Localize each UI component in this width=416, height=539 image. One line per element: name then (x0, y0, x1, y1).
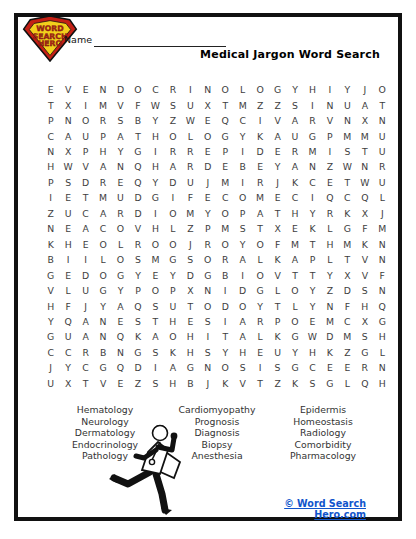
grid-cell-r6c14[interactable]: Y (269, 159, 286, 174)
grid-cell-r16c14[interactable]: P (269, 314, 286, 329)
grid-cell-r1c19[interactable]: J (356, 82, 373, 97)
grid-cell-r9c5[interactable]: R (112, 206, 129, 221)
grid-cell-r17c7[interactable]: A (147, 329, 164, 344)
grid-cell-r18c20[interactable]: L (374, 345, 391, 360)
grid-cell-r20c13[interactable]: T (251, 376, 268, 391)
grid-cell-r4c20[interactable]: U (374, 128, 391, 143)
grid-cell-r17c3[interactable]: A (77, 329, 94, 344)
grid-cell-r11c12[interactable]: Y (234, 236, 251, 251)
grid-cell-r14c3[interactable]: U (77, 283, 94, 298)
grid-cell-r20c8[interactable]: H (164, 376, 181, 391)
grid-cell-r20c1[interactable]: U (42, 376, 59, 391)
grid-cell-r5c16[interactable]: M (304, 144, 321, 159)
grid-cell-r8c12[interactable]: O (234, 190, 251, 205)
grid-cell-r7c9[interactable]: U (182, 175, 199, 190)
grid-cell-r6c1[interactable]: H (42, 159, 59, 174)
grid-cell-r18c1[interactable]: C (42, 345, 59, 360)
grid-cell-r19c10[interactable]: N (199, 360, 216, 375)
grid-cell-r18c11[interactable]: Y (217, 345, 234, 360)
grid-cell-r11c8[interactable]: O (164, 236, 181, 251)
grid-cell-r12c18[interactable]: T (339, 252, 356, 267)
grid-cell-r14c9[interactable]: X (182, 283, 199, 298)
grid-cell-r1c1[interactable]: E (42, 82, 59, 97)
grid-cell-r5c2[interactable]: X (59, 144, 76, 159)
grid-cell-r1c17[interactable]: I (321, 82, 338, 97)
grid-cell-r11c2[interactable]: H (59, 236, 76, 251)
grid-cell-r1c5[interactable]: D (112, 82, 129, 97)
grid-cell-r20c17[interactable]: G (321, 376, 338, 391)
grid-cell-r20c7[interactable]: S (147, 376, 164, 391)
grid-cell-r18c10[interactable]: S (199, 345, 216, 360)
grid-cell-r17c15[interactable]: G (286, 329, 303, 344)
grid-cell-r17c1[interactable]: G (42, 329, 59, 344)
grid-cell-r20c14[interactable]: Z (269, 376, 286, 391)
grid-cell-r19c18[interactable]: E (339, 360, 356, 375)
grid-cell-r14c18[interactable]: D (339, 283, 356, 298)
grid-cell-r10c8[interactable]: L (164, 221, 181, 236)
grid-cell-r2c2[interactable]: X (59, 97, 76, 112)
grid-cell-r11c13[interactable]: O (251, 236, 268, 251)
grid-cell-r8c8[interactable]: I (164, 190, 181, 205)
grid-cell-r11c14[interactable]: F (269, 236, 286, 251)
grid-cell-r20c16[interactable]: S (304, 376, 321, 391)
grid-cell-r12c8[interactable]: G (164, 252, 181, 267)
grid-cell-r18c19[interactable]: G (356, 345, 373, 360)
grid-cell-r7c16[interactable]: C (304, 175, 321, 190)
grid-cell-r11c17[interactable]: H (321, 236, 338, 251)
grid-cell-r15c7[interactable]: S (147, 298, 164, 313)
grid-cell-r7c10[interactable]: J (199, 175, 216, 190)
grid-cell-r15c8[interactable]: U (164, 298, 181, 313)
grid-cell-r12c13[interactable]: L (251, 252, 268, 267)
grid-cell-r7c12[interactable]: I (234, 175, 251, 190)
grid-cell-r12c11[interactable]: R (217, 252, 234, 267)
grid-cell-r16c10[interactable]: S (199, 314, 216, 329)
grid-cell-r7c8[interactable]: D (164, 175, 181, 190)
grid-cell-r15c17[interactable]: N (321, 298, 338, 313)
grid-cell-r16c11[interactable]: I (217, 314, 234, 329)
grid-cell-r9c4[interactable]: A (94, 206, 111, 221)
grid-cell-r13c9[interactable]: D (182, 267, 199, 282)
grid-cell-r9c7[interactable]: I (147, 206, 164, 221)
grid-cell-r20c20[interactable]: H (374, 376, 391, 391)
grid-cell-r18c14[interactable]: U (269, 345, 286, 360)
grid-cell-r15c18[interactable]: F (339, 298, 356, 313)
grid-cell-r6c20[interactable]: R (374, 159, 391, 174)
grid-cell-r15c19[interactable]: H (356, 298, 373, 313)
grid-cell-r4c8[interactable]: O (164, 128, 181, 143)
grid-cell-r4c6[interactable]: T (129, 128, 146, 143)
grid-cell-r1c6[interactable]: O (129, 82, 146, 97)
grid-cell-r2c9[interactable]: U (182, 97, 199, 112)
grid-cell-r3c5[interactable]: S (112, 113, 129, 128)
grid-cell-r17c18[interactable]: M (339, 329, 356, 344)
grid-cell-r17c2[interactable]: U (59, 329, 76, 344)
grid-cell-r10c12[interactable]: S (234, 221, 251, 236)
grid-cell-r5c15[interactable]: R (286, 144, 303, 159)
grid-cell-r20c18[interactable]: L (339, 376, 356, 391)
grid-cell-r12c10[interactable]: O (199, 252, 216, 267)
grid-cell-r20c9[interactable]: B (182, 376, 199, 391)
grid-cell-r2c1[interactable]: T (42, 97, 59, 112)
grid-cell-r8c3[interactable]: T (77, 190, 94, 205)
grid-cell-r16c9[interactable]: E (182, 314, 199, 329)
grid-cell-r14c19[interactable]: S (356, 283, 373, 298)
grid-cell-r1c11[interactable]: O (217, 82, 234, 97)
grid-cell-r4c1[interactable]: C (42, 128, 59, 143)
grid-cell-r10c18[interactable]: G (339, 221, 356, 236)
grid-cell-r3c20[interactable]: N (374, 113, 391, 128)
grid-cell-r14c16[interactable]: Y (304, 283, 321, 298)
grid-cell-r1c12[interactable]: L (234, 82, 251, 97)
grid-cell-r12c6[interactable]: S (129, 252, 146, 267)
grid-cell-r15c14[interactable]: T (269, 298, 286, 313)
grid-cell-r19c7[interactable]: I (147, 360, 164, 375)
grid-cell-r13c7[interactable]: E (147, 267, 164, 282)
grid-cell-r9c1[interactable]: Z (42, 206, 59, 221)
grid-cell-r6c13[interactable]: E (251, 159, 268, 174)
grid-cell-r8c13[interactable]: M (251, 190, 268, 205)
grid-cell-r8c16[interactable]: I (304, 190, 321, 205)
grid-cell-r5c19[interactable]: T (356, 144, 373, 159)
grid-cell-r13c4[interactable]: O (94, 267, 111, 282)
grid-cell-r14c17[interactable]: Z (321, 283, 338, 298)
grid-cell-r6c19[interactable]: N (356, 159, 373, 174)
grid-cell-r4c16[interactable]: G (304, 128, 321, 143)
grid-cell-r7c4[interactable]: R (94, 175, 111, 190)
grid-cell-r3c4[interactable]: R (94, 113, 111, 128)
grid-cell-r2c10[interactable]: X (199, 97, 216, 112)
grid-cell-r1c3[interactable]: E (77, 82, 94, 97)
grid-cell-r19c16[interactable]: C (304, 360, 321, 375)
grid-cell-r12c12[interactable]: A (234, 252, 251, 267)
grid-cell-r8c15[interactable]: C (286, 190, 303, 205)
grid-cell-r19c4[interactable]: G (94, 360, 111, 375)
grid-cell-r18c5[interactable]: N (112, 345, 129, 360)
grid-cell-r16c12[interactable]: A (234, 314, 251, 329)
grid-cell-r19c17[interactable]: E (321, 360, 338, 375)
grid-cell-r15c13[interactable]: Y (251, 298, 268, 313)
grid-cell-r17c19[interactable]: S (356, 329, 373, 344)
grid-cell-r13c15[interactable]: T (286, 267, 303, 282)
grid-cell-r4c4[interactable]: P (94, 128, 111, 143)
grid-cell-r17c4[interactable]: N (94, 329, 111, 344)
grid-cell-r13c1[interactable]: G (42, 267, 59, 282)
grid-cell-r20c10[interactable]: J (199, 376, 216, 391)
grid-cell-r12c5[interactable]: O (112, 252, 129, 267)
grid-cell-r12c1[interactable]: B (42, 252, 59, 267)
grid-cell-r14c5[interactable]: Y (112, 283, 129, 298)
grid-cell-r14c13[interactable]: G (251, 283, 268, 298)
grid-cell-r20c11[interactable]: K (217, 376, 234, 391)
grid-cell-r11c3[interactable]: E (77, 236, 94, 251)
grid-cell-r1c4[interactable]: N (94, 82, 111, 97)
grid-cell-r15c1[interactable]: H (42, 298, 59, 313)
grid-cell-r11c15[interactable]: M (286, 236, 303, 251)
grid-cell-r5c18[interactable]: S (339, 144, 356, 159)
grid-cell-r11c18[interactable]: M (339, 236, 356, 251)
grid-cell-r11c6[interactable]: R (129, 236, 146, 251)
grid-cell-r15c11[interactable]: D (217, 298, 234, 313)
grid-cell-r19c5[interactable]: Q (112, 360, 129, 375)
grid-cell-r1c16[interactable]: H (304, 82, 321, 97)
grid-cell-r4c15[interactable]: U (286, 128, 303, 143)
grid-cell-r8c4[interactable]: M (94, 190, 111, 205)
grid-cell-r9c19[interactable]: X (356, 206, 373, 221)
grid-cell-r4c3[interactable]: U (77, 128, 94, 143)
grid-cell-r12c3[interactable]: I (77, 252, 94, 267)
grid-cell-r15c15[interactable]: L (286, 298, 303, 313)
grid-cell-r4c2[interactable]: A (59, 128, 76, 143)
grid-cell-r13c12[interactable]: I (234, 267, 251, 282)
grid-cell-r12c20[interactable]: N (374, 252, 391, 267)
grid-cell-r9c16[interactable]: Y (304, 206, 321, 221)
grid-cell-r13c19[interactable]: V (356, 267, 373, 282)
grid-cell-r18c6[interactable]: G (129, 345, 146, 360)
grid-cell-r2c16[interactable]: I (304, 97, 321, 112)
grid-cell-r17c11[interactable]: T (217, 329, 234, 344)
grid-cell-r2c8[interactable]: S (164, 97, 181, 112)
grid-cell-r13c8[interactable]: Y (164, 267, 181, 282)
grid-cell-r4c9[interactable]: L (182, 128, 199, 143)
grid-cell-r14c6[interactable]: P (129, 283, 146, 298)
grid-cell-r20c3[interactable]: T (77, 376, 94, 391)
grid-cell-r8c17[interactable]: Q (321, 190, 338, 205)
grid-cell-r16c1[interactable]: Y (42, 314, 59, 329)
grid-cell-r16c8[interactable]: H (164, 314, 181, 329)
grid-cell-r18c7[interactable]: S (147, 345, 164, 360)
grid-cell-r9c8[interactable]: O (164, 206, 181, 221)
grid-cell-r5c17[interactable]: I (321, 144, 338, 159)
grid-cell-r8c19[interactable]: Q (356, 190, 373, 205)
grid-cell-r3c13[interactable]: I (251, 113, 268, 128)
grid-cell-r3c14[interactable]: V (269, 113, 286, 128)
grid-cell-r9c2[interactable]: U (59, 206, 76, 221)
grid-cell-r6c7[interactable]: H (147, 159, 164, 174)
grid-cell-r12c7[interactable]: M (147, 252, 164, 267)
grid-cell-r10c6[interactable]: V (129, 221, 146, 236)
grid-cell-r14c14[interactable]: L (269, 283, 286, 298)
grid-cell-r8c20[interactable]: L (374, 190, 391, 205)
grid-cell-r3c16[interactable]: R (304, 113, 321, 128)
grid-cell-r11c4[interactable]: O (94, 236, 111, 251)
grid-cell-r6c5[interactable]: N (112, 159, 129, 174)
grid-cell-r11c11[interactable]: O (217, 236, 234, 251)
grid-cell-r13c20[interactable]: F (374, 267, 391, 282)
grid-cell-r20c2[interactable]: X (59, 376, 76, 391)
grid-cell-r10c17[interactable]: L (321, 221, 338, 236)
grid-cell-r7c2[interactable]: S (59, 175, 76, 190)
grid-cell-r14c10[interactable]: N (199, 283, 216, 298)
grid-cell-r9c10[interactable]: Y (199, 206, 216, 221)
grid-cell-r4c5[interactable]: A (112, 128, 129, 143)
grid-cell-r16c4[interactable]: N (94, 314, 111, 329)
grid-cell-r17c14[interactable]: K (269, 329, 286, 344)
grid-cell-r20c12[interactable]: V (234, 376, 251, 391)
grid-cell-r15c20[interactable]: Q (374, 298, 391, 313)
grid-cell-r4c12[interactable]: Y (234, 128, 251, 143)
grid-cell-r16c17[interactable]: M (321, 314, 338, 329)
grid-cell-r18c8[interactable]: K (164, 345, 181, 360)
grid-cell-r2c11[interactable]: T (217, 97, 234, 112)
grid-cell-r17c8[interactable]: O (164, 329, 181, 344)
grid-cell-r17c13[interactable]: L (251, 329, 268, 344)
grid-cell-r3c12[interactable]: C (234, 113, 251, 128)
grid-cell-r12c16[interactable]: P (304, 252, 321, 267)
grid-cell-r13c6[interactable]: Y (129, 267, 146, 282)
grid-cell-r18c18[interactable]: Z (339, 345, 356, 360)
grid-cell-r9c11[interactable]: O (217, 206, 234, 221)
grid-cell-r13c13[interactable]: O (251, 267, 268, 282)
grid-cell-r3c8[interactable]: Z (164, 113, 181, 128)
grid-cell-r17c17[interactable]: D (321, 329, 338, 344)
grid-cell-r11c9[interactable]: J (182, 236, 199, 251)
grid-cell-r2c6[interactable]: F (129, 97, 146, 112)
grid-cell-r4c7[interactable]: H (147, 128, 164, 143)
grid-cell-r19c11[interactable]: O (217, 360, 234, 375)
grid-cell-r19c20[interactable]: N (374, 360, 391, 375)
grid-cell-r1c14[interactable]: G (269, 82, 286, 97)
grid-cell-r5c3[interactable]: P (77, 144, 94, 159)
grid-cell-r10c13[interactable]: T (251, 221, 268, 236)
grid-cell-r16c6[interactable]: S (129, 314, 146, 329)
grid-cell-r7c11[interactable]: M (217, 175, 234, 190)
grid-cell-r10c16[interactable]: K (304, 221, 321, 236)
grid-cell-r14c7[interactable]: O (147, 283, 164, 298)
grid-cell-r19c3[interactable]: C (77, 360, 94, 375)
grid-cell-r13c11[interactable]: B (217, 267, 234, 282)
grid-cell-r8c5[interactable]: U (112, 190, 129, 205)
grid-cell-r5c1[interactable]: N (42, 144, 59, 159)
grid-cell-r11c5[interactable]: L (112, 236, 129, 251)
grid-cell-r16c20[interactable]: G (374, 314, 391, 329)
grid-cell-r7c3[interactable]: D (77, 175, 94, 190)
grid-cell-r6c17[interactable]: Z (321, 159, 338, 174)
grid-cell-r16c15[interactable]: O (286, 314, 303, 329)
grid-cell-r16c18[interactable]: C (339, 314, 356, 329)
grid-cell-r6c4[interactable]: A (94, 159, 111, 174)
grid-cell-r19c2[interactable]: Y (59, 360, 76, 375)
grid-cell-r9c3[interactable]: C (77, 206, 94, 221)
grid-cell-r8c11[interactable]: C (217, 190, 234, 205)
grid-cell-r20c19[interactable]: Q (356, 376, 373, 391)
grid-cell-r15c6[interactable]: Q (129, 298, 146, 313)
grid-cell-r18c16[interactable]: H (304, 345, 321, 360)
grid-cell-r13c10[interactable]: G (199, 267, 216, 282)
grid-cell-r4c14[interactable]: A (269, 128, 286, 143)
grid-cell-r4c17[interactable]: P (321, 128, 338, 143)
grid-cell-r2c14[interactable]: Z (269, 97, 286, 112)
grid-cell-r14c8[interactable]: P (164, 283, 181, 298)
grid-cell-r1c2[interactable]: V (59, 82, 76, 97)
grid-cell-r18c17[interactable]: K (321, 345, 338, 360)
grid-cell-r16c16[interactable]: E (304, 314, 321, 329)
grid-cell-r10c2[interactable]: E (59, 221, 76, 236)
grid-cell-r7c15[interactable]: K (286, 175, 303, 190)
grid-cell-r9c18[interactable]: K (339, 206, 356, 221)
grid-cell-r14c4[interactable]: G (94, 283, 111, 298)
grid-cell-r9c20[interactable]: J (374, 206, 391, 221)
grid-cell-r16c19[interactable]: X (356, 314, 373, 329)
grid-cell-r7c6[interactable]: Q (129, 175, 146, 190)
grid-cell-r9c17[interactable]: R (321, 206, 338, 221)
grid-cell-r5c4[interactable]: H (94, 144, 111, 159)
grid-cell-r15c16[interactable]: Y (304, 298, 321, 313)
grid-cell-r13c18[interactable]: X (339, 267, 356, 282)
grid-cell-r7c1[interactable]: P (42, 175, 59, 190)
grid-cell-r4c13[interactable]: K (251, 128, 268, 143)
grid-cell-r3c1[interactable]: P (42, 113, 59, 128)
grid-cell-r18c4[interactable]: B (94, 345, 111, 360)
grid-cell-r2c7[interactable]: W (147, 97, 164, 112)
grid-cell-r5c10[interactable]: E (199, 144, 216, 159)
grid-cell-r10c4[interactable]: C (94, 221, 111, 236)
grid-cell-r16c2[interactable]: Q (59, 314, 76, 329)
grid-cell-r6c18[interactable]: W (339, 159, 356, 174)
grid-cell-r8c7[interactable]: G (147, 190, 164, 205)
grid-cell-r8c2[interactable]: E (59, 190, 76, 205)
grid-cell-r11c19[interactable]: K (356, 236, 373, 251)
grid-cell-r17c16[interactable]: W (304, 329, 321, 344)
grid-cell-r9c9[interactable]: M (182, 206, 199, 221)
grid-cell-r5c5[interactable]: Y (112, 144, 129, 159)
grid-cell-r13c14[interactable]: V (269, 267, 286, 282)
grid-cell-r6c2[interactable]: W (59, 159, 76, 174)
grid-cell-r20c15[interactable]: K (286, 376, 303, 391)
grid-cell-r6c9[interactable]: R (182, 159, 199, 174)
grid-cell-r14c15[interactable]: O (286, 283, 303, 298)
grid-cell-r3c17[interactable]: V (321, 113, 338, 128)
grid-cell-r4c11[interactable]: G (217, 128, 234, 143)
grid-cell-r19c8[interactable]: A (164, 360, 181, 375)
grid-cell-r14c11[interactable]: I (217, 283, 234, 298)
grid-cell-r13c5[interactable]: G (112, 267, 129, 282)
grid-cell-r4c18[interactable]: M (339, 128, 356, 143)
grid-cell-r6c12[interactable]: B (234, 159, 251, 174)
grid-cell-r7c5[interactable]: E (112, 175, 129, 190)
grid-cell-r7c14[interactable]: J (269, 175, 286, 190)
grid-cell-r18c13[interactable]: E (251, 345, 268, 360)
grid-cell-r9c12[interactable]: P (234, 206, 251, 221)
grid-cell-r3c11[interactable]: Q (217, 113, 234, 128)
grid-cell-r9c14[interactable]: T (269, 206, 286, 221)
grid-cell-r2c19[interactable]: A (356, 97, 373, 112)
word-search-hero-link[interactable]: © Word Search Hero.com (284, 498, 366, 520)
grid-cell-r13c16[interactable]: T (304, 267, 321, 282)
grid-cell-r1c15[interactable]: Y (286, 82, 303, 97)
grid-cell-r2c15[interactable]: S (286, 97, 303, 112)
grid-cell-r16c7[interactable]: T (147, 314, 164, 329)
grid-cell-r10c9[interactable]: Z (182, 221, 199, 236)
grid-cell-r18c9[interactable]: H (182, 345, 199, 360)
grid-cell-r10c7[interactable]: H (147, 221, 164, 236)
grid-cell-r11c10[interactable]: R (199, 236, 216, 251)
grid-cell-r14c2[interactable]: L (59, 283, 76, 298)
grid-cell-r14c12[interactable]: D (234, 283, 251, 298)
grid-cell-r17c10[interactable]: I (199, 329, 216, 344)
grid-cell-r2c17[interactable]: N (321, 97, 338, 112)
grid-cell-r5c11[interactable]: P (217, 144, 234, 159)
grid-cell-r10c15[interactable]: E (286, 221, 303, 236)
grid-cell-r7c19[interactable]: W (356, 175, 373, 190)
grid-cell-r1c7[interactable]: C (147, 82, 164, 97)
grid-cell-r2c18[interactable]: U (339, 97, 356, 112)
grid-cell-r14c1[interactable]: V (42, 283, 59, 298)
grid-cell-r10c19[interactable]: F (356, 221, 373, 236)
grid-cell-r3c15[interactable]: A (286, 113, 303, 128)
grid-cell-r16c13[interactable]: R (251, 314, 268, 329)
grid-cell-r3c3[interactable]: O (77, 113, 94, 128)
